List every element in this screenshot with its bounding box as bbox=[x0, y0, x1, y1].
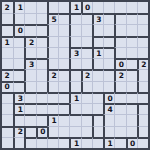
clue-number: 1 bbox=[74, 95, 79, 103]
cell-r9c6[interactable] bbox=[69, 103, 80, 114]
cell-r9c3[interactable] bbox=[36, 103, 47, 114]
cell-r3c9[interactable] bbox=[103, 36, 114, 47]
cell-r6c0[interactable]: 2 bbox=[2, 69, 13, 80]
cell-r5c0[interactable] bbox=[2, 58, 13, 69]
cell-r0c6[interactable]: 1 bbox=[69, 2, 80, 13]
cell-r9c0[interactable] bbox=[2, 103, 13, 114]
cell-r0c2[interactable] bbox=[24, 2, 35, 13]
cell-r10c9[interactable] bbox=[103, 114, 114, 125]
cell-r5c7[interactable] bbox=[81, 58, 92, 69]
cell-r7c12[interactable] bbox=[137, 81, 148, 92]
clue-number: 2 bbox=[5, 72, 10, 80]
cell-r4c5[interactable] bbox=[58, 47, 69, 58]
cell-r12c3[interactable] bbox=[36, 137, 47, 148]
cell-r3c6[interactable] bbox=[69, 36, 80, 47]
cell-r4c7[interactable] bbox=[81, 47, 92, 58]
cell-r3c2[interactable]: 2 bbox=[24, 36, 35, 47]
cell-r10c1[interactable] bbox=[13, 114, 24, 125]
cell-r2c12[interactable] bbox=[137, 24, 148, 35]
clue-number: 0 bbox=[85, 4, 90, 12]
cell-r5c6[interactable] bbox=[69, 58, 80, 69]
cell-r3c0[interactable]: 1 bbox=[2, 36, 13, 47]
cell-r9c2[interactable] bbox=[24, 103, 35, 114]
cell-r10c5[interactable] bbox=[58, 114, 69, 125]
cell-r8c0[interactable] bbox=[2, 92, 13, 103]
cell-r2c8[interactable] bbox=[92, 24, 103, 35]
cell-r6c10[interactable]: 2 bbox=[114, 69, 125, 80]
cell-r8c5[interactable] bbox=[58, 92, 69, 103]
cell-r12c6[interactable]: 1 bbox=[69, 137, 80, 148]
cell-r7c9[interactable] bbox=[103, 81, 114, 92]
cell-r0c0[interactable]: 2 bbox=[2, 2, 13, 13]
cell-r6c7[interactable]: 2 bbox=[81, 69, 92, 80]
cell-r9c10[interactable] bbox=[114, 103, 125, 114]
cell-r3c1[interactable] bbox=[13, 36, 24, 47]
cell-r2c3[interactable] bbox=[36, 24, 47, 35]
cell-r4c12[interactable] bbox=[137, 47, 148, 58]
cell-r11c7[interactable] bbox=[81, 126, 92, 137]
cell-r5c12[interactable]: 2 bbox=[137, 58, 148, 69]
cell-r7c7[interactable] bbox=[81, 81, 92, 92]
cell-r6c1[interactable] bbox=[13, 69, 24, 80]
cell-r4c2[interactable] bbox=[24, 47, 35, 58]
cell-r3c5[interactable] bbox=[58, 36, 69, 47]
cell-r12c0[interactable] bbox=[2, 137, 13, 148]
cell-r10c4[interactable]: 1 bbox=[47, 114, 58, 125]
cell-r1c7[interactable] bbox=[81, 13, 92, 24]
cell-r8c10[interactable] bbox=[114, 92, 125, 103]
cell-r9c11[interactable] bbox=[126, 103, 137, 114]
cell-r2c7[interactable] bbox=[81, 24, 92, 35]
cell-r6c11[interactable] bbox=[126, 69, 137, 80]
cell-r11c8[interactable] bbox=[92, 126, 103, 137]
clue-number: 2 bbox=[18, 128, 23, 136]
cell-r4c6[interactable]: 3 bbox=[69, 47, 80, 58]
clue-number: 2 bbox=[141, 61, 146, 69]
clue-number: 2 bbox=[29, 39, 34, 47]
clue-number: 2 bbox=[85, 72, 90, 80]
cell-r11c2[interactable] bbox=[24, 126, 35, 137]
cell-r8c4[interactable] bbox=[47, 92, 58, 103]
cell-r3c4[interactable] bbox=[47, 36, 58, 47]
cell-r1c0[interactable] bbox=[2, 13, 13, 24]
cell-r11c0[interactable] bbox=[2, 126, 13, 137]
cell-r5c9[interactable] bbox=[103, 58, 114, 69]
cell-r7c4[interactable] bbox=[47, 81, 58, 92]
cell-r4c11[interactable] bbox=[126, 47, 137, 58]
clue-number: 2 bbox=[51, 72, 56, 80]
cell-r7c11[interactable] bbox=[126, 81, 137, 92]
cell-r2c6[interactable] bbox=[69, 24, 80, 35]
cell-r9c8[interactable] bbox=[92, 103, 103, 114]
clue-number: 1 bbox=[18, 106, 23, 114]
cell-r4c4[interactable] bbox=[47, 47, 58, 58]
cell-r4c9[interactable] bbox=[103, 47, 114, 58]
cell-r10c12[interactable] bbox=[137, 114, 148, 125]
cell-r8c9[interactable]: 0 bbox=[103, 92, 114, 103]
cell-r6c6[interactable] bbox=[69, 69, 80, 80]
cell-r11c4[interactable] bbox=[47, 126, 58, 137]
cell-r11c10[interactable] bbox=[114, 126, 125, 137]
clue-number: 1 bbox=[51, 117, 56, 125]
cell-r8c3[interactable] bbox=[36, 92, 47, 103]
cell-r0c1[interactable]: 1 bbox=[13, 2, 24, 13]
cell-r0c10[interactable] bbox=[114, 2, 125, 13]
clue-number: 0 bbox=[130, 140, 135, 148]
cell-r11c11[interactable] bbox=[126, 126, 137, 137]
cell-r7c8[interactable] bbox=[92, 81, 103, 92]
cell-r5c11[interactable] bbox=[126, 58, 137, 69]
clue-number: 1 bbox=[74, 4, 79, 12]
cell-r4c8[interactable]: 1 bbox=[92, 47, 103, 58]
clue-number: 1 bbox=[96, 50, 101, 58]
cell-r8c7[interactable] bbox=[81, 92, 92, 103]
cell-r0c7[interactable]: 0 bbox=[81, 2, 92, 13]
cell-r11c1[interactable]: 2 bbox=[13, 126, 24, 137]
cell-r3c8[interactable] bbox=[92, 36, 103, 47]
cell-r0c3[interactable] bbox=[36, 2, 47, 13]
cell-r5c4[interactable] bbox=[47, 58, 58, 69]
cell-r12c12[interactable] bbox=[137, 137, 148, 148]
cell-r12c7[interactable] bbox=[81, 137, 92, 148]
cell-r6c4[interactable]: 2 bbox=[47, 69, 58, 80]
clue-number: 0 bbox=[18, 27, 23, 35]
cell-r10c7[interactable] bbox=[81, 114, 92, 125]
clue-number: 0 bbox=[40, 128, 45, 136]
cell-r2c9[interactable] bbox=[103, 24, 114, 35]
cell-r1c11[interactable] bbox=[126, 13, 137, 24]
cell-r2c10[interactable] bbox=[114, 24, 125, 35]
cell-r5c10[interactable]: 0 bbox=[114, 58, 125, 69]
cell-r7c6[interactable] bbox=[69, 81, 80, 92]
cell-r11c9[interactable] bbox=[103, 126, 114, 137]
cell-r10c8[interactable] bbox=[92, 114, 103, 125]
cell-r5c8[interactable] bbox=[92, 58, 103, 69]
cell-r6c8[interactable] bbox=[92, 69, 103, 80]
cell-r10c6[interactable] bbox=[69, 114, 80, 125]
cell-r7c5[interactable] bbox=[58, 81, 69, 92]
clue-number: 1 bbox=[5, 39, 10, 47]
cell-r0c5[interactable] bbox=[58, 2, 69, 13]
cell-r10c2[interactable] bbox=[24, 114, 35, 125]
cell-r2c11[interactable] bbox=[126, 24, 137, 35]
cell-r12c1[interactable] bbox=[13, 137, 24, 148]
cell-r11c12[interactable] bbox=[137, 126, 148, 137]
clue-number: 0 bbox=[119, 61, 124, 69]
cell-r8c2[interactable] bbox=[24, 92, 35, 103]
cell-r0c8[interactable] bbox=[92, 2, 103, 13]
cell-r1c1[interactable] bbox=[13, 13, 24, 24]
cell-r3c11[interactable] bbox=[126, 36, 137, 47]
cell-r2c5[interactable] bbox=[58, 24, 69, 35]
clue-number: 3 bbox=[96, 16, 101, 24]
cell-r4c10[interactable] bbox=[114, 47, 125, 58]
cell-r8c1[interactable]: 3 bbox=[13, 92, 24, 103]
cell-r5c2[interactable]: 3 bbox=[24, 58, 35, 69]
clue-number: 0 bbox=[108, 95, 113, 103]
cell-r9c7[interactable] bbox=[81, 103, 92, 114]
cell-r9c4[interactable] bbox=[47, 103, 58, 114]
cell-r9c1[interactable]: 1 bbox=[13, 103, 24, 114]
cell-r1c10[interactable] bbox=[114, 13, 125, 24]
cell-r11c5[interactable] bbox=[58, 126, 69, 137]
cell-r4c0[interactable] bbox=[2, 47, 13, 58]
cell-r5c5[interactable] bbox=[58, 58, 69, 69]
cell-r12c8[interactable] bbox=[92, 137, 103, 148]
cell-r3c10[interactable] bbox=[114, 36, 125, 47]
clue-number: 1 bbox=[74, 140, 79, 148]
cell-r1c12[interactable] bbox=[137, 13, 148, 24]
cell-r0c9[interactable] bbox=[103, 2, 114, 13]
clue-number: 2 bbox=[119, 72, 124, 80]
cell-r3c7[interactable] bbox=[81, 36, 92, 47]
cell-r9c9[interactable]: 4 bbox=[103, 103, 114, 114]
cell-r8c11[interactable] bbox=[126, 92, 137, 103]
clue-number: 5 bbox=[51, 16, 56, 24]
cell-r8c12[interactable] bbox=[137, 92, 148, 103]
cell-r12c11[interactable]: 0 bbox=[126, 137, 137, 148]
puzzle-board: 211053012313022222031014120110 bbox=[0, 0, 150, 150]
cell-r12c5[interactable] bbox=[58, 137, 69, 148]
cell-r1c4[interactable]: 5 bbox=[47, 13, 58, 24]
cell-r8c6[interactable]: 1 bbox=[69, 92, 80, 103]
cell-r5c1[interactable] bbox=[13, 58, 24, 69]
cell-r1c6[interactable] bbox=[69, 13, 80, 24]
cell-r7c2[interactable] bbox=[24, 81, 35, 92]
cell-r4c1[interactable] bbox=[13, 47, 24, 58]
cell-r0c4[interactable] bbox=[47, 2, 58, 13]
cell-r7c3[interactable] bbox=[36, 81, 47, 92]
cell-r1c8[interactable]: 3 bbox=[92, 13, 103, 24]
cell-r5c3[interactable] bbox=[36, 58, 47, 69]
clue-number: 1 bbox=[108, 140, 113, 148]
clue-number: 1 bbox=[18, 4, 23, 12]
cell-r2c4[interactable] bbox=[47, 24, 58, 35]
cell-r6c3[interactable] bbox=[36, 69, 47, 80]
cell-r1c2[interactable] bbox=[24, 13, 35, 24]
cell-r9c5[interactable] bbox=[58, 103, 69, 114]
cell-r0c12[interactable] bbox=[137, 2, 148, 13]
clue-number: 4 bbox=[108, 106, 113, 114]
cell-r11c6[interactable] bbox=[69, 126, 80, 137]
cell-r12c2[interactable] bbox=[24, 137, 35, 148]
cell-r1c3[interactable] bbox=[36, 13, 47, 24]
cell-r2c2[interactable] bbox=[24, 24, 35, 35]
cell-r7c1[interactable] bbox=[13, 81, 24, 92]
cell-r0c11[interactable] bbox=[126, 2, 137, 13]
clue-number: 0 bbox=[5, 83, 10, 91]
cell-r2c0[interactable] bbox=[2, 24, 13, 35]
clue-number: 2 bbox=[5, 4, 10, 12]
cell-r3c3[interactable] bbox=[36, 36, 47, 47]
cell-r12c4[interactable] bbox=[47, 137, 58, 148]
clue-number: 3 bbox=[74, 50, 79, 58]
cell-r7c0[interactable]: 0 bbox=[2, 81, 13, 92]
cell-r2c1[interactable]: 0 bbox=[13, 24, 24, 35]
cell-r6c9[interactable] bbox=[103, 69, 114, 80]
cell-r1c9[interactable] bbox=[103, 13, 114, 24]
cell-r3c12[interactable] bbox=[137, 36, 148, 47]
cell-r6c2[interactable] bbox=[24, 69, 35, 80]
clue-number: 3 bbox=[18, 95, 23, 103]
cell-r12c9[interactable]: 1 bbox=[103, 137, 114, 148]
cell-r6c12[interactable] bbox=[137, 69, 148, 80]
cell-r12c10[interactable] bbox=[114, 137, 125, 148]
cell-r11c3[interactable]: 0 bbox=[36, 126, 47, 137]
cell-r10c11[interactable] bbox=[126, 114, 137, 125]
cell-r10c3[interactable] bbox=[36, 114, 47, 125]
cell-r10c0[interactable] bbox=[2, 114, 13, 125]
cell-r4c3[interactable] bbox=[36, 47, 47, 58]
clue-number: 3 bbox=[29, 61, 34, 69]
cell-r10c10[interactable] bbox=[114, 114, 125, 125]
cell-r7c10[interactable] bbox=[114, 81, 125, 92]
cell-r8c8[interactable] bbox=[92, 92, 103, 103]
cell-r9c12[interactable] bbox=[137, 103, 148, 114]
cell-r6c5[interactable] bbox=[58, 69, 69, 80]
cell-r1c5[interactable] bbox=[58, 13, 69, 24]
